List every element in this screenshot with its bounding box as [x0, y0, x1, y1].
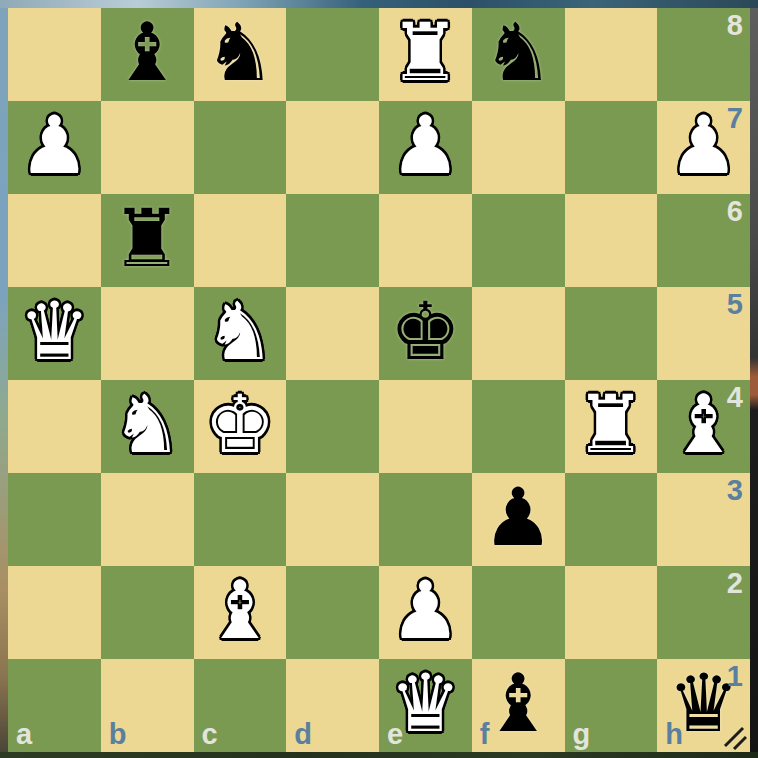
square-h4[interactable]: ♝4 [657, 380, 750, 473]
square-a1[interactable]: a [8, 659, 101, 752]
square-g1[interactable]: g [565, 659, 658, 752]
square-b4[interactable]: ♞ [101, 380, 194, 473]
resize-grip-icon[interactable] [723, 726, 747, 750]
piece-white-rook[interactable]: ♜ [390, 6, 462, 99]
square-c3[interactable] [194, 473, 287, 566]
square-c6[interactable] [194, 194, 287, 287]
square-b7[interactable] [101, 101, 194, 194]
coord-file-g: g [573, 720, 591, 749]
square-d8[interactable] [286, 8, 379, 101]
square-c4[interactable]: ♚ [194, 380, 287, 473]
square-f5[interactable] [472, 287, 565, 380]
piece-black-bishop[interactable]: ♝ [482, 657, 554, 750]
square-d4[interactable] [286, 380, 379, 473]
piece-black-knight[interactable]: ♞ [204, 6, 276, 99]
piece-black-rook[interactable]: ♜ [111, 192, 183, 285]
background-edge-right [750, 8, 758, 752]
square-a5[interactable]: ♛ [8, 287, 101, 380]
square-d7[interactable] [286, 101, 379, 194]
square-e5[interactable]: ♚ [379, 287, 472, 380]
square-h2[interactable]: 2 [657, 566, 750, 659]
piece-black-bishop[interactable]: ♝ [111, 6, 183, 99]
coord-file-c: c [202, 720, 218, 749]
square-b2[interactable] [101, 566, 194, 659]
square-d5[interactable] [286, 287, 379, 380]
square-h5[interactable]: 5 [657, 287, 750, 380]
square-f8[interactable]: ♞ [472, 8, 565, 101]
square-a4[interactable] [8, 380, 101, 473]
piece-white-pawn[interactable]: ♟ [390, 99, 462, 192]
background-edge-bottom [0, 752, 758, 758]
square-d3[interactable] [286, 473, 379, 566]
coord-file-d: d [294, 720, 312, 749]
square-f1[interactable]: ♝f [472, 659, 565, 752]
square-g6[interactable] [565, 194, 658, 287]
piece-white-knight[interactable]: ♞ [204, 285, 276, 378]
piece-white-pawn[interactable]: ♟ [19, 99, 91, 192]
square-c1[interactable]: c [194, 659, 287, 752]
square-d1[interactable]: d [286, 659, 379, 752]
square-c5[interactable]: ♞ [194, 287, 287, 380]
piece-white-bishop[interactable]: ♝ [204, 564, 276, 657]
square-h3[interactable]: 3 [657, 473, 750, 566]
square-h6[interactable]: 6 [657, 194, 750, 287]
coord-rank-2: 2 [727, 569, 743, 598]
square-g2[interactable] [565, 566, 658, 659]
piece-white-king[interactable]: ♚ [204, 378, 276, 471]
coord-rank-3: 3 [727, 476, 743, 505]
coord-file-h: h [665, 720, 683, 749]
square-d2[interactable] [286, 566, 379, 659]
coord-file-a: a [16, 720, 32, 749]
square-e6[interactable] [379, 194, 472, 287]
square-f4[interactable] [472, 380, 565, 473]
coord-rank-8: 8 [727, 11, 743, 40]
coord-rank-6: 6 [727, 197, 743, 226]
square-b5[interactable] [101, 287, 194, 380]
coord-file-f: f [480, 720, 490, 749]
square-f3[interactable]: ♟ [472, 473, 565, 566]
square-e4[interactable] [379, 380, 472, 473]
square-g3[interactable] [565, 473, 658, 566]
square-f7[interactable] [472, 101, 565, 194]
square-e3[interactable] [379, 473, 472, 566]
square-a2[interactable] [8, 566, 101, 659]
square-g5[interactable] [565, 287, 658, 380]
square-h8[interactable]: 8 [657, 8, 750, 101]
piece-white-pawn[interactable]: ♟ [390, 564, 462, 657]
square-b8[interactable]: ♝ [101, 8, 194, 101]
coord-rank-7: 7 [727, 104, 743, 133]
coord-rank-5: 5 [727, 290, 743, 319]
square-c7[interactable] [194, 101, 287, 194]
square-g4[interactable]: ♜ [565, 380, 658, 473]
square-c2[interactable]: ♝ [194, 566, 287, 659]
square-e2[interactable]: ♟ [379, 566, 472, 659]
square-b3[interactable] [101, 473, 194, 566]
square-b1[interactable]: b [101, 659, 194, 752]
square-g8[interactable] [565, 8, 658, 101]
piece-white-knight[interactable]: ♞ [111, 378, 183, 471]
piece-white-rook[interactable]: ♜ [575, 378, 647, 471]
square-a8[interactable] [8, 8, 101, 101]
piece-black-knight[interactable]: ♞ [482, 6, 554, 99]
square-a6[interactable] [8, 194, 101, 287]
square-d6[interactable] [286, 194, 379, 287]
square-g7[interactable] [565, 101, 658, 194]
coord-rank-4: 4 [727, 383, 743, 412]
coord-file-e: e [387, 720, 403, 749]
piece-black-king[interactable]: ♚ [390, 285, 462, 378]
coord-file-b: b [109, 720, 127, 749]
square-b6[interactable]: ♜ [101, 194, 194, 287]
square-f2[interactable] [472, 566, 565, 659]
square-e1[interactable]: ♛e [379, 659, 472, 752]
square-e8[interactable]: ♜ [379, 8, 472, 101]
piece-white-queen[interactable]: ♛ [19, 285, 91, 378]
piece-black-pawn[interactable]: ♟ [482, 471, 554, 564]
square-f6[interactable] [472, 194, 565, 287]
square-a3[interactable] [8, 473, 101, 566]
background-edge-left [0, 8, 8, 752]
chess-board: ♝♞♜♞8♟♟♟7♜6♛♞♚5♞♚♜♝4♟3♝♟2abcd♛e♝fg♛h1 [8, 8, 750, 752]
square-a7[interactable]: ♟ [8, 101, 101, 194]
square-e7[interactable]: ♟ [379, 101, 472, 194]
coord-rank-1: 1 [727, 662, 743, 691]
square-h7[interactable]: ♟7 [657, 101, 750, 194]
square-c8[interactable]: ♞ [194, 8, 287, 101]
